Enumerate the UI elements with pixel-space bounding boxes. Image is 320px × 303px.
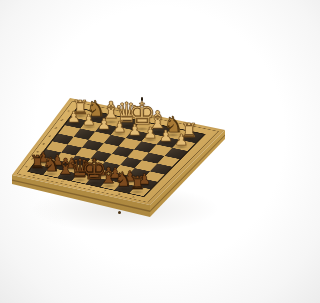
piece-white-pawn[interactable]: ♟: [128, 123, 142, 138]
piece-white-pawn[interactable]: ♟: [143, 126, 157, 141]
king-finial: [141, 97, 143, 101]
piece-white-pawn[interactable]: ♟: [82, 113, 95, 128]
piece-white-pawn[interactable]: ♟: [159, 129, 173, 144]
piece-white-pawn[interactable]: ♟: [67, 110, 80, 125]
chess-set-scene: abcdefgh12345678 ♜♞♝♛♚♝♞♜♟♟♟♟♟♟♟♟♟♟♟♟♟♟♟…: [0, 0, 240, 303]
piece-black-rook[interactable]: ♜: [130, 175, 146, 193]
pieces-layer: ♜♞♝♛♚♝♞♜♟♟♟♟♟♟♟♟♟♟♟♟♟♟♟♟♜♞♝♛♚♝♞♜: [0, 0, 240, 303]
piece-white-pawn[interactable]: ♟: [174, 133, 188, 148]
piece-white-pawn[interactable]: ♟: [97, 117, 111, 132]
piece-white-pawn[interactable]: ♟: [113, 120, 127, 135]
